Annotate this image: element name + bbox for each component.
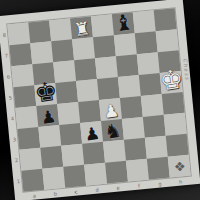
square-h2[interactable] [166,134,189,157]
white-rook[interactable]: ♜ [72,19,91,39]
square-f2[interactable] [124,138,147,161]
square-b1[interactable] [42,167,65,190]
square-d4[interactable] [78,100,101,123]
square-c1[interactable] [63,165,86,188]
square-h3[interactable] [164,113,187,136]
square-e6[interactable] [95,56,118,79]
file-label-e: e [107,183,129,193]
file-label-g: g [149,179,171,189]
square-b3[interactable] [38,125,61,148]
square-f1[interactable] [126,159,149,182]
square-a4[interactable] [15,106,38,129]
square-e5[interactable] [97,77,120,100]
square-g4[interactable] [141,94,164,117]
square-a6[interactable] [11,64,34,87]
square-a7[interactable] [9,43,32,66]
square-a1[interactable] [21,169,44,192]
square-g6[interactable] [137,52,160,75]
square-f3[interactable] [122,117,145,140]
square-b8[interactable] [28,20,51,43]
square-a3[interactable] [17,127,40,150]
square-e7[interactable] [93,35,116,58]
file-label-b: b [44,189,66,199]
square-g7[interactable] [135,31,158,54]
square-h1[interactable]: ❖ [168,155,191,178]
square-e4[interactable]: ♟ [99,98,122,121]
square-a8[interactable] [7,22,30,45]
square-c7[interactable] [51,39,74,62]
square-h7[interactable] [156,29,179,52]
square-f8[interactable]: ♝ [112,12,135,35]
square-g3[interactable] [143,115,166,138]
square-d7[interactable] [72,37,95,60]
square-c6[interactable] [53,60,76,83]
square-b7[interactable] [30,41,53,64]
square-d8[interactable]: ♜ [70,16,93,39]
square-b2[interactable] [40,146,63,169]
square-f4[interactable] [120,96,143,119]
square-h8[interactable] [154,8,177,31]
square-h5[interactable]: ♚ [160,71,183,94]
square-f7[interactable] [114,33,137,56]
black-pawn[interactable]: ♟ [83,125,101,144]
white-king[interactable]: ♚ [157,65,184,94]
chess-board: ♜♝♚♚♟♟♟♞❖ abcdefgh 87654321 Chess [0,0,200,200]
black-knight[interactable]: ♞ [103,121,123,142]
square-c2[interactable] [61,144,84,167]
black-king[interactable]: ♚ [32,78,59,107]
board-grid: ♜♝♚♚♟♟♟♞❖ [7,8,190,191]
square-e2[interactable] [103,140,126,163]
square-c4[interactable] [57,102,80,125]
square-g1[interactable] [147,157,170,180]
square-e1[interactable] [105,161,128,184]
square-b4[interactable]: ♟ [36,104,59,127]
square-f6[interactable] [116,54,139,77]
square-d3[interactable]: ♟ [80,121,103,144]
black-bishop[interactable]: ♝ [112,11,135,36]
file-label-f: f [128,181,150,191]
square-e8[interactable] [91,14,114,37]
square-e3[interactable]: ♞ [101,119,124,142]
square-a2[interactable] [19,148,42,171]
board-logo-icon: ❖ [173,158,186,174]
file-label-c: c [65,187,87,197]
square-d2[interactable] [82,142,105,165]
square-c8[interactable] [49,18,72,41]
square-g8[interactable] [133,10,156,33]
square-d1[interactable] [84,163,107,186]
photo-background: ♜♝♚♚♟♟♟♞❖ abcdefgh 87654321 Chess [0,0,200,200]
black-pawn[interactable]: ♟ [39,108,57,127]
square-b5[interactable]: ♚ [34,83,57,106]
file-label-h: h [170,177,192,187]
square-c3[interactable] [59,123,82,146]
square-g2[interactable] [145,136,168,159]
square-f5[interactable] [118,75,141,98]
square-d5[interactable] [76,79,99,102]
file-label-a: a [24,191,46,200]
file-label-d: d [86,185,108,195]
square-d6[interactable] [74,58,97,81]
